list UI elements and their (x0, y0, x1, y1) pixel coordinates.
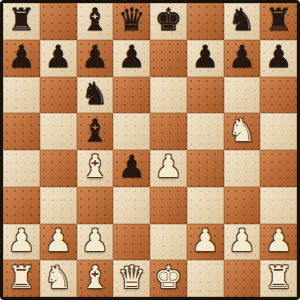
square-c4[interactable]: ♝ (77, 150, 114, 187)
square-f8[interactable] (187, 3, 224, 40)
chess-board: ♜♝♛♚♞♜♟♟♟♟♟♟♟♞♝♞♝♟♟♟♟♟♟♟♟♜♞♝♛♚♜ (3, 3, 297, 297)
white-knight-b1: ♞ (44, 262, 72, 293)
square-f6[interactable] (187, 77, 224, 114)
black-pawn-d7: ♟ (118, 41, 146, 72)
square-e1[interactable]: ♚ (150, 260, 187, 297)
square-f3[interactable] (187, 187, 224, 224)
black-pawn-a7: ♟ (7, 41, 35, 72)
square-d1[interactable]: ♛ (113, 260, 150, 297)
square-c1[interactable]: ♝ (77, 260, 114, 297)
square-d4[interactable]: ♟ (113, 150, 150, 187)
black-pawn-c7: ♟ (81, 41, 109, 72)
square-h8[interactable]: ♜ (260, 3, 297, 40)
white-knight-g5: ♞ (228, 115, 256, 146)
black-pawn-f7: ♟ (191, 41, 219, 72)
square-f5[interactable] (187, 113, 224, 150)
square-g3[interactable] (224, 187, 261, 224)
black-bishop-c5: ♝ (81, 115, 109, 146)
square-d5[interactable] (113, 113, 150, 150)
square-g7[interactable]: ♟ (224, 40, 261, 77)
square-a2[interactable]: ♟ (3, 224, 40, 261)
square-e3[interactable] (150, 187, 187, 224)
white-pawn-e4: ♟ (154, 151, 182, 182)
white-pawn-f2: ♟ (191, 225, 219, 256)
white-queen-d1: ♛ (118, 262, 146, 293)
square-e6[interactable] (150, 77, 187, 114)
square-b8[interactable] (40, 3, 77, 40)
square-c3[interactable] (77, 187, 114, 224)
square-f4[interactable] (187, 150, 224, 187)
black-pawn-g7: ♟ (228, 41, 256, 72)
square-g2[interactable]: ♟ (224, 224, 261, 261)
square-a8[interactable]: ♜ (3, 3, 40, 40)
black-pawn-h7: ♟ (265, 41, 293, 72)
white-rook-h1: ♜ (265, 262, 293, 293)
white-bishop-c4: ♝ (81, 151, 109, 182)
square-a3[interactable] (3, 187, 40, 224)
square-d3[interactable] (113, 187, 150, 224)
white-pawn-h2: ♟ (265, 225, 293, 256)
square-b2[interactable]: ♟ (40, 224, 77, 261)
white-pawn-c2: ♟ (81, 225, 109, 256)
square-b3[interactable] (40, 187, 77, 224)
square-d6[interactable] (113, 77, 150, 114)
black-queen-d8: ♛ (118, 4, 146, 35)
square-a6[interactable] (3, 77, 40, 114)
square-c8[interactable]: ♝ (77, 3, 114, 40)
square-f7[interactable]: ♟ (187, 40, 224, 77)
square-h1[interactable]: ♜ (260, 260, 297, 297)
square-c5[interactable]: ♝ (77, 113, 114, 150)
square-c7[interactable]: ♟ (77, 40, 114, 77)
square-c6[interactable]: ♞ (77, 77, 114, 114)
white-pawn-g2: ♟ (228, 225, 256, 256)
white-rook-a1: ♜ (7, 262, 35, 293)
square-g5[interactable]: ♞ (224, 113, 261, 150)
black-knight-c6: ♞ (81, 78, 109, 109)
white-pawn-a2: ♟ (7, 225, 35, 256)
black-knight-g8: ♞ (228, 4, 256, 35)
square-c2[interactable]: ♟ (77, 224, 114, 261)
square-e4[interactable]: ♟ (150, 150, 187, 187)
square-e2[interactable] (150, 224, 187, 261)
square-a5[interactable] (3, 113, 40, 150)
square-d7[interactable]: ♟ (113, 40, 150, 77)
white-bishop-c1: ♝ (81, 262, 109, 293)
square-h3[interactable] (260, 187, 297, 224)
black-bishop-c8: ♝ (81, 4, 109, 35)
square-h7[interactable]: ♟ (260, 40, 297, 77)
square-g8[interactable]: ♞ (224, 3, 261, 40)
square-b5[interactable] (40, 113, 77, 150)
square-d2[interactable] (113, 224, 150, 261)
square-h6[interactable] (260, 77, 297, 114)
square-e7[interactable] (150, 40, 187, 77)
square-f2[interactable]: ♟ (187, 224, 224, 261)
square-b4[interactable] (40, 150, 77, 187)
black-king-e8: ♚ (154, 4, 182, 35)
square-g4[interactable] (224, 150, 261, 187)
square-g6[interactable] (224, 77, 261, 114)
square-a7[interactable]: ♟ (3, 40, 40, 77)
square-e8[interactable]: ♚ (150, 3, 187, 40)
square-f1[interactable] (187, 260, 224, 297)
square-h4[interactable] (260, 150, 297, 187)
white-king-e1: ♚ (154, 262, 182, 293)
black-rook-h8: ♜ (265, 4, 293, 35)
square-a1[interactable]: ♜ (3, 260, 40, 297)
square-h5[interactable] (260, 113, 297, 150)
square-g1[interactable] (224, 260, 261, 297)
square-h2[interactable]: ♟ (260, 224, 297, 261)
black-pawn-b7: ♟ (44, 41, 72, 72)
square-a4[interactable] (3, 150, 40, 187)
square-b1[interactable]: ♞ (40, 260, 77, 297)
black-pawn-d4: ♟ (118, 151, 146, 182)
black-rook-a8: ♜ (7, 4, 35, 35)
square-d8[interactable]: ♛ (113, 3, 150, 40)
square-b6[interactable] (40, 77, 77, 114)
chess-board-frame: ♜♝♛♚♞♜♟♟♟♟♟♟♟♞♝♞♝♟♟♟♟♟♟♟♟♜♞♝♛♚♜ (0, 0, 300, 300)
white-pawn-b2: ♟ (44, 225, 72, 256)
square-e5[interactable] (150, 113, 187, 150)
square-b7[interactable]: ♟ (40, 40, 77, 77)
